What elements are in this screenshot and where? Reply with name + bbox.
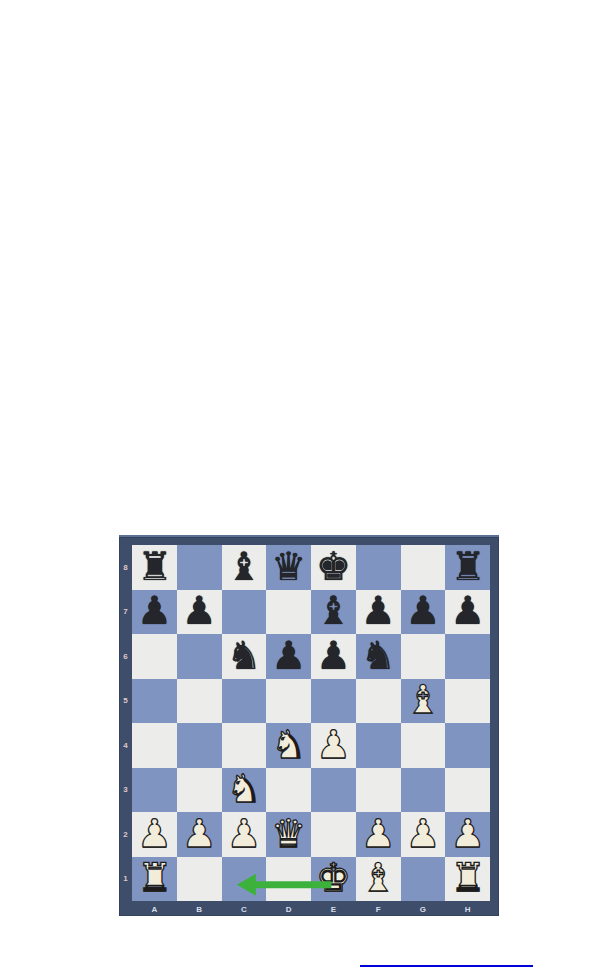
rank-label-2: 2 [119, 812, 132, 857]
square-a1[interactable]: ♜ [132, 857, 177, 902]
piece-white-pawn[interactable]: ♟ [137, 814, 172, 853]
square-b5[interactable] [177, 679, 222, 724]
piece-white-queen[interactable]: ♛ [271, 814, 306, 853]
piece-black-rook[interactable]: ♜ [450, 547, 485, 586]
piece-black-pawn[interactable]: ♟ [450, 591, 485, 630]
square-a3[interactable] [132, 768, 177, 813]
piece-black-bishop[interactable]: ♝ [316, 591, 351, 630]
square-b2[interactable]: ♟ [177, 812, 222, 857]
square-c4[interactable] [222, 723, 267, 768]
square-f2[interactable]: ♟ [356, 812, 401, 857]
square-h5[interactable] [445, 679, 490, 724]
square-d3[interactable] [266, 768, 311, 813]
piece-white-knight[interactable]: ♞ [226, 769, 261, 808]
file-label-c: C [222, 901, 267, 918]
square-c5[interactable] [222, 679, 267, 724]
piece-white-bishop[interactable]: ♝ [405, 680, 440, 719]
square-h1[interactable]: ♜ [445, 857, 490, 902]
square-b4[interactable] [177, 723, 222, 768]
page: ♜♝♛♚♜♟♟♝♟♟♟♞♟♟♞♝♞♟♞♟♟♟♛♟♟♟♜♚♝♜ 87654321A… [0, 0, 612, 976]
piece-white-knight[interactable]: ♞ [271, 725, 306, 764]
square-h7[interactable]: ♟ [445, 590, 490, 635]
square-h8[interactable]: ♜ [445, 545, 490, 590]
square-c8[interactable]: ♝ [222, 545, 267, 590]
square-b6[interactable] [177, 634, 222, 679]
piece-white-bishop[interactable]: ♝ [361, 858, 396, 897]
piece-black-pawn[interactable]: ♟ [316, 636, 351, 675]
square-a8[interactable]: ♜ [132, 545, 177, 590]
piece-white-pawn[interactable]: ♟ [405, 814, 440, 853]
piece-white-pawn[interactable]: ♟ [316, 725, 351, 764]
piece-black-bishop[interactable]: ♝ [226, 547, 261, 586]
piece-black-queen[interactable]: ♛ [271, 547, 306, 586]
piece-white-rook[interactable]: ♜ [137, 858, 172, 897]
square-e6[interactable]: ♟ [311, 634, 356, 679]
square-a7[interactable]: ♟ [132, 590, 177, 635]
square-d4[interactable]: ♞ [266, 723, 311, 768]
file-label-f: F [356, 901, 401, 918]
square-b1[interactable] [177, 857, 222, 902]
square-f4[interactable] [356, 723, 401, 768]
file-label-g: G [401, 901, 446, 918]
piece-black-pawn[interactable]: ♟ [405, 591, 440, 630]
square-g7[interactable]: ♟ [401, 590, 446, 635]
piece-white-pawn[interactable]: ♟ [226, 814, 261, 853]
rank-label-3: 3 [119, 768, 132, 813]
rank-label-7: 7 [119, 590, 132, 635]
rank-label-6: 6 [119, 634, 132, 679]
square-h4[interactable] [445, 723, 490, 768]
square-d1[interactable] [266, 857, 311, 902]
piece-black-pawn[interactable]: ♟ [361, 591, 396, 630]
square-g4[interactable] [401, 723, 446, 768]
square-a5[interactable] [132, 679, 177, 724]
rank-label-8: 8 [119, 545, 132, 590]
chess-board: ♜♝♛♚♜♟♟♝♟♟♟♞♟♟♞♝♞♟♞♟♟♟♛♟♟♟♜♚♝♜ 87654321A… [119, 535, 499, 916]
square-g8[interactable] [401, 545, 446, 590]
square-d8[interactable]: ♛ [266, 545, 311, 590]
rank-label-1: 1 [119, 857, 132, 902]
square-h2[interactable]: ♟ [445, 812, 490, 857]
square-h3[interactable] [445, 768, 490, 813]
square-f8[interactable] [356, 545, 401, 590]
square-e5[interactable] [311, 679, 356, 724]
square-b3[interactable] [177, 768, 222, 813]
file-label-b: B [177, 901, 222, 918]
square-a4[interactable] [132, 723, 177, 768]
piece-black-king[interactable]: ♚ [316, 547, 351, 586]
square-b7[interactable]: ♟ [177, 590, 222, 635]
board-grid: ♜♝♛♚♜♟♟♝♟♟♟♞♟♟♞♝♞♟♞♟♟♟♛♟♟♟♜♚♝♜ [132, 545, 490, 901]
piece-white-pawn[interactable]: ♟ [182, 814, 217, 853]
piece-black-knight[interactable]: ♞ [361, 636, 396, 675]
square-a6[interactable] [132, 634, 177, 679]
square-g1[interactable] [401, 857, 446, 902]
square-a2[interactable]: ♟ [132, 812, 177, 857]
square-f7[interactable]: ♟ [356, 590, 401, 635]
file-label-e: E [311, 901, 356, 918]
piece-white-king[interactable]: ♚ [316, 858, 351, 897]
square-b8[interactable] [177, 545, 222, 590]
square-g2[interactable]: ♟ [401, 812, 446, 857]
piece-black-pawn[interactable]: ♟ [137, 591, 172, 630]
file-label-d: D [266, 901, 311, 918]
file-label-h: H [445, 901, 490, 918]
link-underline[interactable] [360, 965, 533, 967]
square-g6[interactable] [401, 634, 446, 679]
file-label-a: A [132, 901, 177, 918]
square-f5[interactable] [356, 679, 401, 724]
square-c3[interactable]: ♞ [222, 768, 267, 813]
piece-black-pawn[interactable]: ♟ [271, 636, 306, 675]
piece-black-rook[interactable]: ♜ [137, 547, 172, 586]
square-e2[interactable] [311, 812, 356, 857]
square-c1[interactable] [222, 857, 267, 902]
square-g5[interactable]: ♝ [401, 679, 446, 724]
square-f1[interactable]: ♝ [356, 857, 401, 902]
square-c2[interactable]: ♟ [222, 812, 267, 857]
piece-black-pawn[interactable]: ♟ [182, 591, 217, 630]
piece-white-pawn[interactable]: ♟ [361, 814, 396, 853]
rank-label-5: 5 [119, 679, 132, 724]
square-e1[interactable]: ♚ [311, 857, 356, 902]
square-f6[interactable]: ♞ [356, 634, 401, 679]
square-c6[interactable]: ♞ [222, 634, 267, 679]
square-e3[interactable] [311, 768, 356, 813]
square-g3[interactable] [401, 768, 446, 813]
piece-white-rook[interactable]: ♜ [450, 858, 485, 897]
square-e7[interactable]: ♝ [311, 590, 356, 635]
square-f3[interactable] [356, 768, 401, 813]
square-d5[interactable] [266, 679, 311, 724]
square-e8[interactable]: ♚ [311, 545, 356, 590]
square-d7[interactable] [266, 590, 311, 635]
square-e4[interactable]: ♟ [311, 723, 356, 768]
square-c7[interactable] [222, 590, 267, 635]
piece-black-knight[interactable]: ♞ [226, 636, 261, 675]
rank-label-4: 4 [119, 723, 132, 768]
piece-white-pawn[interactable]: ♟ [450, 814, 485, 853]
square-d6[interactable]: ♟ [266, 634, 311, 679]
square-h6[interactable] [445, 634, 490, 679]
square-d2[interactable]: ♛ [266, 812, 311, 857]
